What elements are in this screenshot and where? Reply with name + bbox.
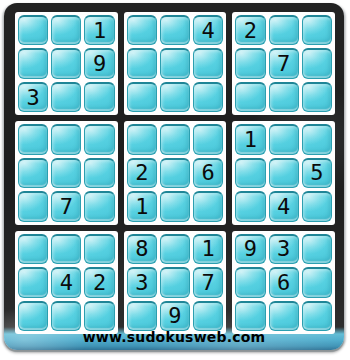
cell-r5c6[interactable]: 6: [193, 158, 223, 188]
cell-r3c5[interactable]: [160, 82, 190, 112]
cell-r9c2[interactable]: [51, 301, 81, 331]
cell-r4c3[interactable]: [84, 124, 114, 154]
sudoku-box-5: 261: [124, 121, 227, 224]
cell-r7c9[interactable]: [302, 234, 332, 264]
cell-r1c6[interactable]: 4: [193, 15, 223, 45]
cell-r8c6[interactable]: 7: [193, 267, 223, 297]
cell-r5c3[interactable]: [84, 158, 114, 188]
cell-r9c6[interactable]: [193, 301, 223, 331]
cell-r9c5[interactable]: 9: [160, 301, 190, 331]
cell-r5c1[interactable]: [18, 158, 48, 188]
cell-r6c8[interactable]: 4: [269, 191, 299, 221]
cell-r4c2[interactable]: [51, 124, 81, 154]
cell-r3c2[interactable]: [51, 82, 81, 112]
cell-r7c5[interactable]: [160, 234, 190, 264]
cell-r6c3[interactable]: [84, 191, 114, 221]
sudoku-box-4: 7: [15, 121, 118, 224]
cell-r7c1[interactable]: [18, 234, 48, 264]
cell-r8c7[interactable]: [235, 267, 265, 297]
cell-r9c4[interactable]: [127, 301, 157, 331]
sudoku-box-1: 193: [15, 12, 118, 115]
cell-r5c4[interactable]: 2: [127, 158, 157, 188]
cell-r7c8[interactable]: 3: [269, 234, 299, 264]
cell-r9c9[interactable]: [302, 301, 332, 331]
sudoku-box-7: 42: [15, 231, 118, 334]
cell-r5c8[interactable]: [269, 158, 299, 188]
cell-r5c5[interactable]: [160, 158, 190, 188]
cell-r1c9[interactable]: [302, 15, 332, 45]
sudoku-board: 19342772611544281379936: [15, 12, 335, 334]
cell-r2c3[interactable]: 9: [84, 48, 114, 78]
cell-r4c4[interactable]: [127, 124, 157, 154]
cell-r2c6[interactable]: [193, 48, 223, 78]
cell-r8c4[interactable]: 3: [127, 267, 157, 297]
cell-r3c4[interactable]: [127, 82, 157, 112]
cell-r3c9[interactable]: [302, 82, 332, 112]
cell-r5c2[interactable]: [51, 158, 81, 188]
cell-r6c6[interactable]: [193, 191, 223, 221]
cell-r9c7[interactable]: [235, 301, 265, 331]
cell-r6c1[interactable]: [18, 191, 48, 221]
cell-r1c1[interactable]: [18, 15, 48, 45]
cell-r6c2[interactable]: 7: [51, 191, 81, 221]
cell-r4c9[interactable]: [302, 124, 332, 154]
cell-r4c8[interactable]: [269, 124, 299, 154]
cell-r2c1[interactable]: [18, 48, 48, 78]
sudoku-box-6: 154: [232, 121, 335, 224]
cell-r8c1[interactable]: [18, 267, 48, 297]
cell-r1c3[interactable]: 1: [84, 15, 114, 45]
cell-r9c1[interactable]: [18, 301, 48, 331]
cell-r3c7[interactable]: [235, 82, 265, 112]
cell-r9c3[interactable]: [84, 301, 114, 331]
cell-r2c5[interactable]: [160, 48, 190, 78]
cell-r4c1[interactable]: [18, 124, 48, 154]
cell-r3c1[interactable]: 3: [18, 82, 48, 112]
sudoku-box-9: 936: [232, 231, 335, 334]
cell-r2c2[interactable]: [51, 48, 81, 78]
cell-r6c9[interactable]: [302, 191, 332, 221]
cell-r3c3[interactable]: [84, 82, 114, 112]
cell-r1c5[interactable]: [160, 15, 190, 45]
cell-r2c8[interactable]: 7: [269, 48, 299, 78]
cell-r2c7[interactable]: [235, 48, 265, 78]
cell-r8c2[interactable]: 4: [51, 267, 81, 297]
cell-r8c8[interactable]: 6: [269, 267, 299, 297]
cell-r8c3[interactable]: 2: [84, 267, 114, 297]
cell-r5c9[interactable]: 5: [302, 158, 332, 188]
sudoku-box-8: 81379: [124, 231, 227, 334]
cell-r7c4[interactable]: 8: [127, 234, 157, 264]
cell-r2c4[interactable]: [127, 48, 157, 78]
cell-r5c7[interactable]: [235, 158, 265, 188]
cell-r8c5[interactable]: [160, 267, 190, 297]
site-url-link[interactable]: www.sudokusweb.com: [83, 329, 266, 345]
cell-r6c4[interactable]: 1: [127, 191, 157, 221]
cell-r7c2[interactable]: [51, 234, 81, 264]
cell-r4c6[interactable]: [193, 124, 223, 154]
footer-bar: www.sudokusweb.com: [4, 329, 344, 345]
cell-r6c5[interactable]: [160, 191, 190, 221]
cell-r4c5[interactable]: [160, 124, 190, 154]
sudoku-box-3: 27: [232, 12, 335, 115]
cell-r7c6[interactable]: 1: [193, 234, 223, 264]
cell-r6c7[interactable]: [235, 191, 265, 221]
cell-r2c9[interactable]: [302, 48, 332, 78]
cell-r1c8[interactable]: [269, 15, 299, 45]
cell-r8c9[interactable]: [302, 267, 332, 297]
cell-r7c3[interactable]: [84, 234, 114, 264]
cell-r1c7[interactable]: 2: [235, 15, 265, 45]
cell-r4c7[interactable]: 1: [235, 124, 265, 154]
cell-r3c6[interactable]: [193, 82, 223, 112]
sudoku-box-2: 4: [124, 12, 227, 115]
cell-r1c2[interactable]: [51, 15, 81, 45]
cell-r7c7[interactable]: 9: [235, 234, 265, 264]
sudoku-board-frame: 19342772611544281379936 www.sudokusweb.c…: [4, 3, 344, 350]
cell-r9c8[interactable]: [269, 301, 299, 331]
cell-r1c4[interactable]: [127, 15, 157, 45]
cell-r3c8[interactable]: [269, 82, 299, 112]
